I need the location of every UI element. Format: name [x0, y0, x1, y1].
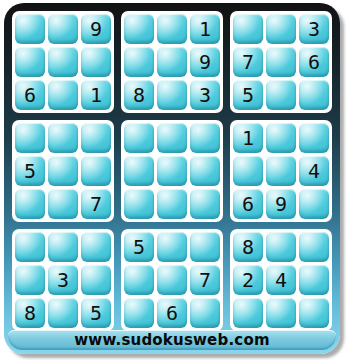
cell-r6c7[interactable]: 6 — [233, 189, 263, 219]
cell-r1c2[interactable] — [48, 14, 78, 44]
cell-r7c4[interactable]: 5 — [124, 232, 154, 262]
cell-r4c4[interactable] — [124, 123, 154, 153]
cell-r6c9[interactable] — [299, 189, 329, 219]
cell-r6c8[interactable]: 9 — [266, 189, 296, 219]
cell-r8c9[interactable] — [299, 265, 329, 295]
cell-r4c3[interactable] — [81, 123, 111, 153]
cell-r1c1[interactable] — [15, 14, 45, 44]
cell-r6c3[interactable]: 7 — [81, 189, 111, 219]
cell-r3c5[interactable] — [157, 80, 187, 110]
cell-r8c1[interactable] — [15, 265, 45, 295]
cell-r8c3[interactable] — [81, 265, 111, 295]
cell-r3c1[interactable]: 6 — [15, 80, 45, 110]
cell-r8c2[interactable]: 3 — [48, 265, 78, 295]
cell-r2c4[interactable] — [124, 47, 154, 77]
cell-r2c6[interactable]: 9 — [190, 47, 220, 77]
cell-r2c1[interactable] — [15, 47, 45, 77]
cell-r5c3[interactable] — [81, 156, 111, 186]
cell-r9c7[interactable] — [233, 298, 263, 328]
cell-r1c4[interactable] — [124, 14, 154, 44]
cell-r6c5[interactable] — [157, 189, 187, 219]
cell-r7c7[interactable]: 8 — [233, 232, 263, 262]
cell-r7c9[interactable] — [299, 232, 329, 262]
box-r1c1: 961 — [12, 11, 114, 113]
cell-r5c1[interactable]: 5 — [15, 156, 45, 186]
cell-r2c5[interactable] — [157, 47, 187, 77]
cell-r9c3[interactable]: 5 — [81, 298, 111, 328]
cell-r3c3[interactable]: 1 — [81, 80, 111, 110]
cell-r4c9[interactable] — [299, 123, 329, 153]
box-r2c2 — [121, 120, 223, 222]
cell-r9c1[interactable]: 8 — [15, 298, 45, 328]
cell-r5c2[interactable] — [48, 156, 78, 186]
cell-r6c6[interactable] — [190, 189, 220, 219]
cell-r1c8[interactable] — [266, 14, 296, 44]
cell-r4c1[interactable] — [15, 123, 45, 153]
cell-r4c2[interactable] — [48, 123, 78, 153]
cell-r9c2[interactable] — [48, 298, 78, 328]
cell-r6c1[interactable] — [15, 189, 45, 219]
box-r3c2: 576 — [121, 229, 223, 331]
cell-r5c6[interactable] — [190, 156, 220, 186]
cell-r5c5[interactable] — [157, 156, 187, 186]
cell-r8c7[interactable]: 2 — [233, 265, 263, 295]
cell-r3c7[interactable]: 5 — [233, 80, 263, 110]
box-r1c2: 1983 — [121, 11, 223, 113]
website-url: www.sudokusweb.com — [74, 331, 269, 349]
cell-r7c8[interactable] — [266, 232, 296, 262]
cell-r2c8[interactable] — [266, 47, 296, 77]
cell-r9c8[interactable] — [266, 298, 296, 328]
cell-r2c2[interactable] — [48, 47, 78, 77]
cell-r5c8[interactable] — [266, 156, 296, 186]
cell-r7c3[interactable] — [81, 232, 111, 262]
cell-r8c8[interactable]: 4 — [266, 265, 296, 295]
cell-r8c4[interactable] — [124, 265, 154, 295]
cell-r7c6[interactable] — [190, 232, 220, 262]
cell-r3c2[interactable] — [48, 80, 78, 110]
cell-r5c9[interactable]: 4 — [299, 156, 329, 186]
cell-r4c5[interactable] — [157, 123, 187, 153]
cell-r3c9[interactable] — [299, 80, 329, 110]
cell-r2c7[interactable]: 7 — [233, 47, 263, 77]
cell-r9c4[interactable] — [124, 298, 154, 328]
cell-r9c9[interactable] — [299, 298, 329, 328]
cell-r1c7[interactable] — [233, 14, 263, 44]
cell-r9c6[interactable] — [190, 298, 220, 328]
cell-r2c3[interactable] — [81, 47, 111, 77]
cell-r7c1[interactable] — [15, 232, 45, 262]
box-r3c1: 385 — [12, 229, 114, 331]
box-r2c3: 1469 — [230, 120, 332, 222]
cell-r3c4[interactable]: 8 — [124, 80, 154, 110]
cell-r4c8[interactable] — [266, 123, 296, 153]
cell-r4c6[interactable] — [190, 123, 220, 153]
cell-r1c9[interactable]: 3 — [299, 14, 329, 44]
cell-r9c5[interactable]: 6 — [157, 298, 187, 328]
box-r3c3: 824 — [230, 229, 332, 331]
cell-r1c6[interactable]: 1 — [190, 14, 220, 44]
cell-r5c4[interactable] — [124, 156, 154, 186]
cell-r8c6[interactable]: 7 — [190, 265, 220, 295]
cell-r1c5[interactable] — [157, 14, 187, 44]
box-r1c3: 3765 — [230, 11, 332, 113]
cell-r2c9[interactable]: 6 — [299, 47, 329, 77]
cell-r7c5[interactable] — [157, 232, 187, 262]
cell-r4c7[interactable]: 1 — [233, 123, 263, 153]
cell-r1c3[interactable]: 9 — [81, 14, 111, 44]
cell-r5c7[interactable] — [233, 156, 263, 186]
cell-r7c2[interactable] — [48, 232, 78, 262]
cell-r8c5[interactable] — [157, 265, 187, 295]
sudoku-board: 96119833765571469385576824 — [12, 11, 332, 331]
footer-bar: www.sudokusweb.com — [8, 330, 336, 350]
cell-r6c4[interactable] — [124, 189, 154, 219]
box-r2c1: 57 — [12, 120, 114, 222]
cell-r3c8[interactable] — [266, 80, 296, 110]
board-frame: 96119833765571469385576824 www.sudokuswe… — [4, 3, 340, 354]
cell-r6c2[interactable] — [48, 189, 78, 219]
cell-r3c6[interactable]: 3 — [190, 80, 220, 110]
